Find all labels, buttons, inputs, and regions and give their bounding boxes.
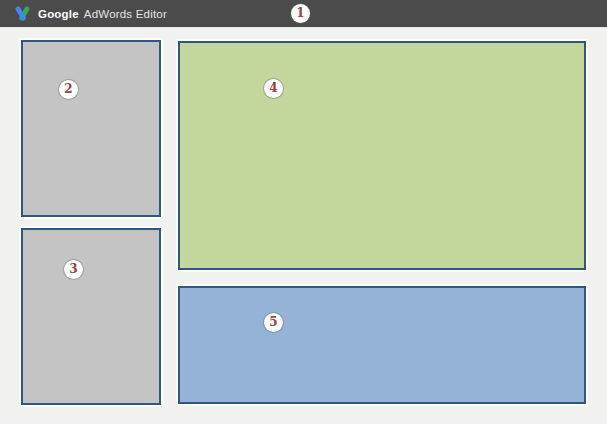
panel-3: 3 <box>21 228 161 405</box>
brand-google: Google <box>38 8 79 20</box>
adwords-editor-layout-diagram: Google AdWords Editor 1 2 3 4 5 <box>0 0 607 424</box>
callout-2: 2 <box>59 80 78 99</box>
product-name: AdWords Editor <box>84 8 167 20</box>
titlebar: Google AdWords Editor 1 <box>0 0 607 28</box>
callout-3: 3 <box>64 260 83 279</box>
callout-5: 5 <box>264 313 283 332</box>
callout-4: 4 <box>264 79 283 98</box>
panel-2: 2 <box>21 40 161 217</box>
callout-1: 1 <box>291 4 310 23</box>
app-logo: Google AdWords Editor <box>14 6 167 21</box>
adwords-logo-icon <box>14 6 31 21</box>
panel-5: 5 <box>178 286 586 404</box>
panel-4: 4 <box>178 41 586 270</box>
